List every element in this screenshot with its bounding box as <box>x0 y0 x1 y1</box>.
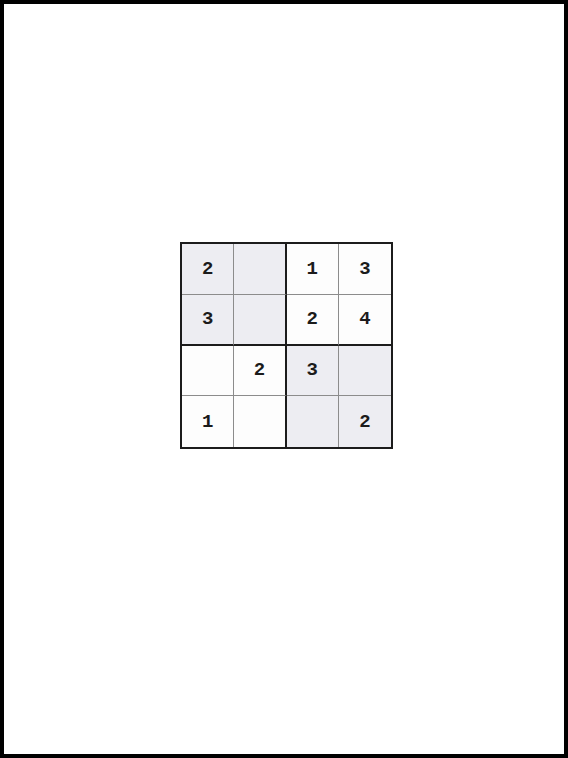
worksheet-page: 2133242312 <box>0 0 568 758</box>
cell-r4c2[interactable] <box>234 396 286 447</box>
cell-r3c1[interactable] <box>182 346 234 397</box>
cell-r2c1[interactable]: 3 <box>182 295 234 346</box>
cell-r3c4[interactable] <box>339 346 391 397</box>
cell-r4c4[interactable]: 2 <box>339 396 391 447</box>
cell-r2c2[interactable] <box>234 295 286 346</box>
cell-r1c2[interactable] <box>234 244 286 295</box>
cell-r1c4[interactable]: 3 <box>339 244 391 295</box>
cell-r3c3[interactable]: 3 <box>287 346 339 397</box>
cell-r4c3[interactable] <box>287 396 339 447</box>
cell-r1c1[interactable]: 2 <box>182 244 234 295</box>
cell-r2c4[interactable]: 4 <box>339 295 391 346</box>
cell-r1c3[interactable]: 1 <box>287 244 339 295</box>
cell-r2c3[interactable]: 2 <box>287 295 339 346</box>
cell-r3c2[interactable]: 2 <box>234 346 286 397</box>
cell-r4c1[interactable]: 1 <box>182 396 234 447</box>
sudoku-board: 2133242312 <box>180 242 393 449</box>
